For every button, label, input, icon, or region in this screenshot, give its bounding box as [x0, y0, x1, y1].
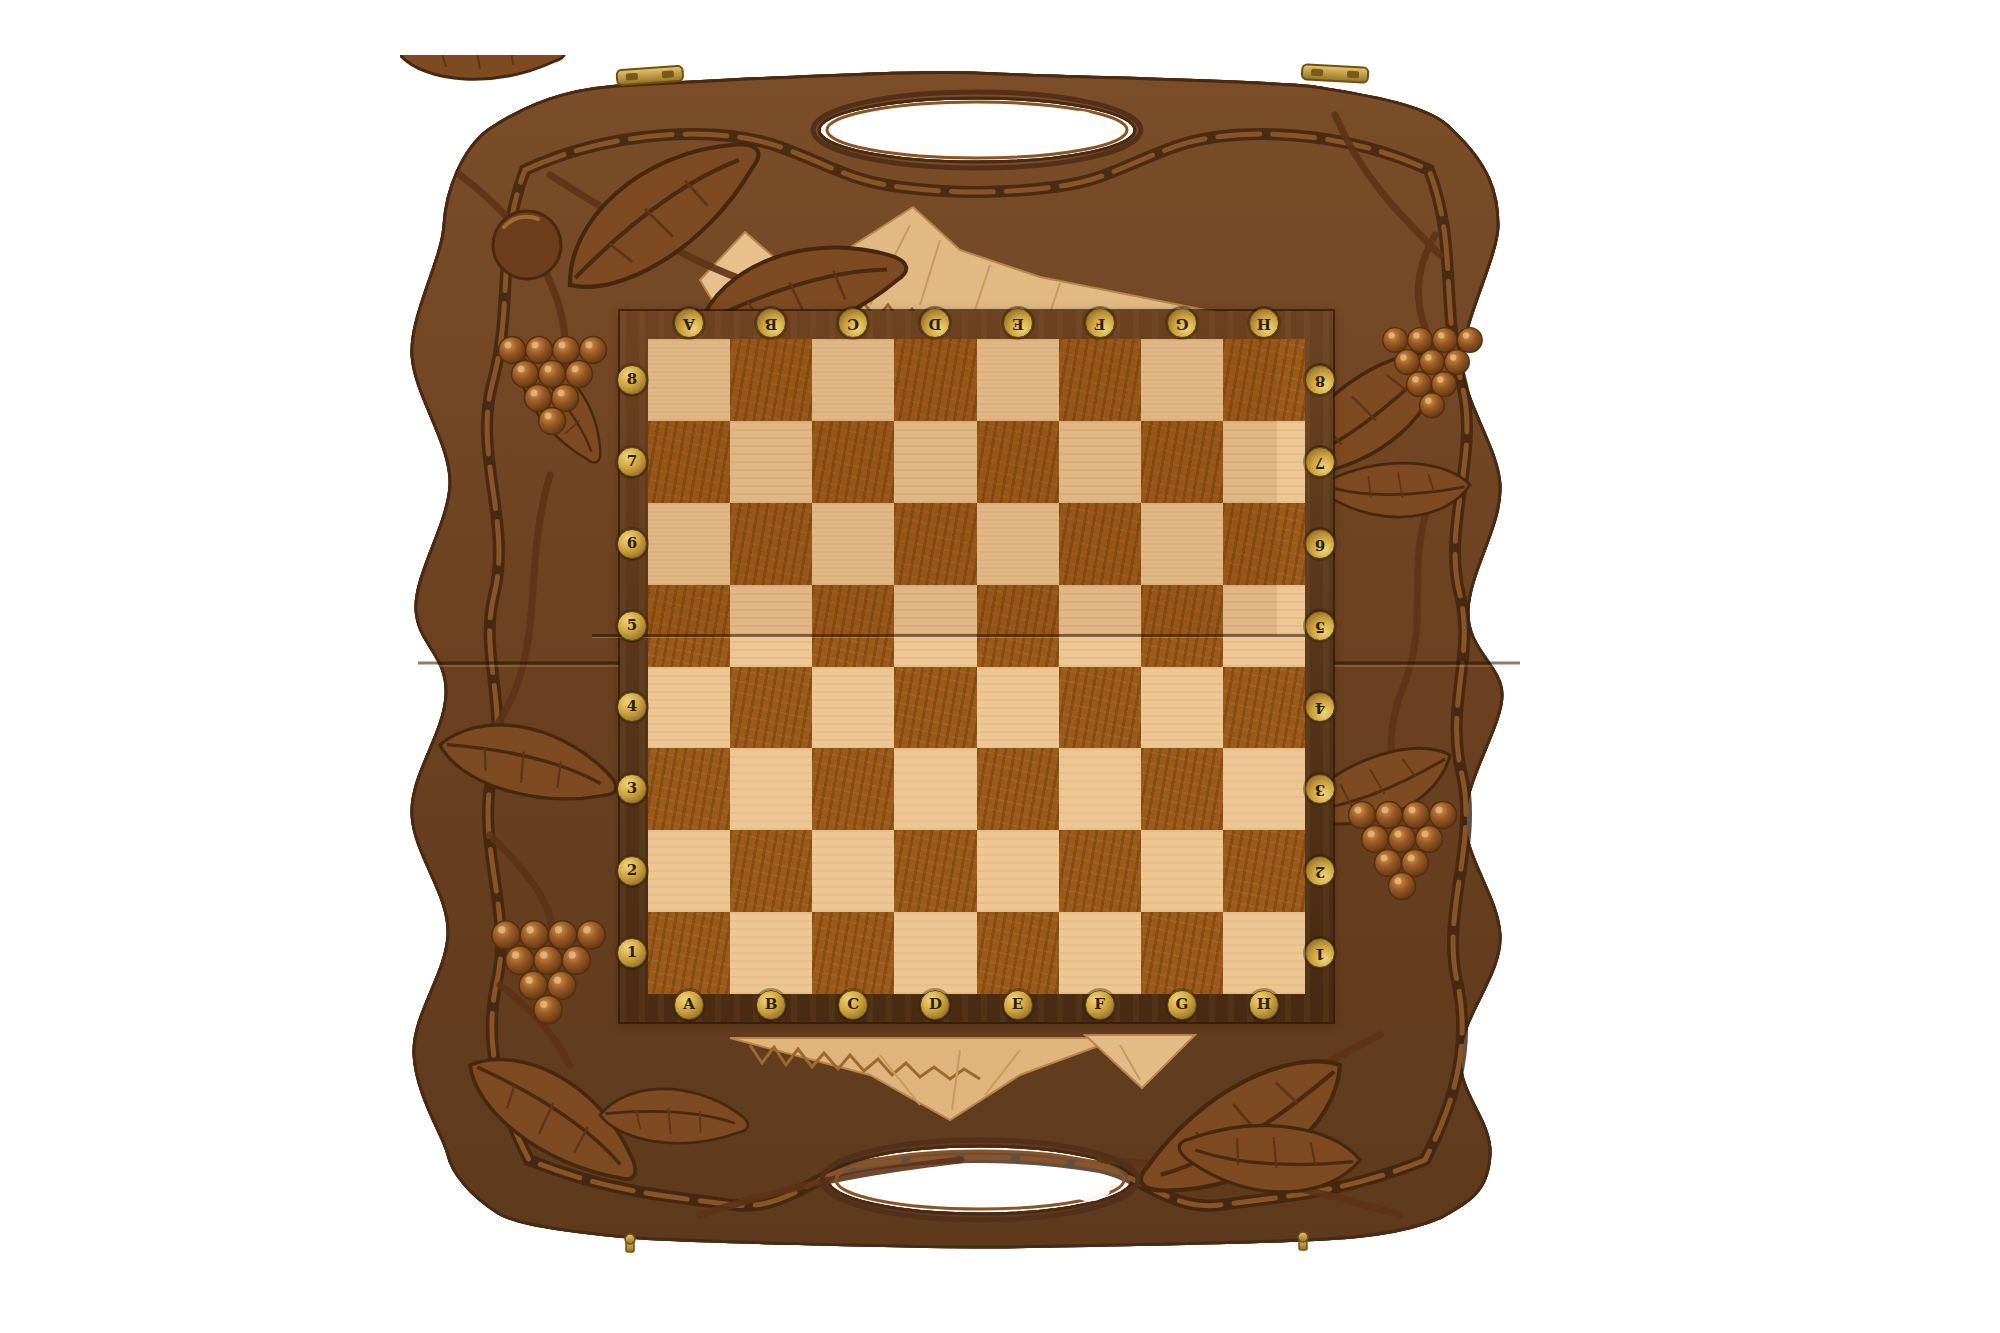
- grape-berry: [525, 385, 552, 412]
- coord-bottom-cell-e: E: [977, 990, 1059, 1020]
- coord-right-cell-7: 7: [1305, 421, 1335, 503]
- square-g8[interactable]: [1141, 339, 1223, 421]
- grape-berry: [499, 337, 526, 364]
- top-handle: [813, 92, 1141, 168]
- coord-bottom-h: H: [1249, 990, 1279, 1020]
- coord-left-3: 3: [617, 774, 647, 804]
- berry-highlight: [545, 366, 552, 373]
- berry-highlight: [518, 366, 525, 373]
- square-b1[interactable]: [730, 912, 812, 994]
- hinge-pin-right-icon: [1298, 1232, 1308, 1250]
- berry-highlight: [545, 413, 552, 420]
- coord-left-cell-1: 1: [617, 912, 647, 994]
- grape-berry: [1430, 802, 1457, 829]
- grape-berry: [1416, 826, 1443, 853]
- square-b3[interactable]: [730, 748, 812, 830]
- square-h7[interactable]: [1223, 421, 1305, 503]
- square-h4[interactable]: [1223, 667, 1305, 749]
- square-e7[interactable]: [977, 421, 1059, 503]
- berry-highlight: [558, 390, 565, 397]
- coord-top-cell-a: A: [648, 308, 730, 338]
- grape-berry: [1432, 328, 1457, 353]
- square-b8[interactable]: [730, 339, 812, 421]
- berry-highlight: [1425, 354, 1431, 360]
- berry-highlight: [498, 926, 505, 933]
- grape-berry: [534, 946, 562, 974]
- pomegranate-carving: [493, 211, 561, 279]
- square-c7[interactable]: [812, 421, 894, 503]
- square-g2[interactable]: [1141, 830, 1223, 912]
- berry-highlight: [1388, 332, 1394, 338]
- coord-left-cell-8: 8: [617, 339, 647, 421]
- coord-bottom-e: E: [1003, 990, 1033, 1020]
- berry-highlight: [1382, 807, 1389, 814]
- berry-highlight: [1463, 332, 1469, 338]
- coord-bottom-g: G: [1167, 990, 1197, 1020]
- berry-highlight: [1412, 376, 1418, 382]
- berry-highlight: [1436, 807, 1443, 814]
- square-a1[interactable]: [648, 912, 730, 994]
- coord-bottom-c: C: [838, 990, 868, 1020]
- berry-highlight: [586, 342, 593, 349]
- square-h8[interactable]: [1223, 339, 1305, 421]
- square-c1[interactable]: [812, 912, 894, 994]
- berry-highlight: [1395, 878, 1402, 885]
- square-b7[interactable]: [730, 421, 812, 503]
- hinge-pin-left-icon: [625, 1234, 635, 1252]
- square-e5[interactable]: [977, 585, 1059, 667]
- coord-top-d: D: [920, 308, 950, 338]
- coord-top-b: B: [756, 308, 786, 338]
- coord-right-cell-1: 1: [1305, 912, 1335, 994]
- coord-left-6: 6: [617, 529, 647, 559]
- coord-top-cell-d: D: [894, 308, 976, 338]
- coord-top-f: F: [1085, 308, 1115, 338]
- coord-left-5: 5: [617, 611, 647, 641]
- square-a5[interactable]: [648, 585, 730, 667]
- berry-highlight: [505, 342, 512, 349]
- coord-top-cell-c: C: [812, 308, 894, 338]
- square-b6[interactable]: [730, 503, 812, 585]
- product-photo-stage: ABCDEFGH ABCDEFGH 87654321 87654321: [0, 0, 2000, 1333]
- coord-left-2: 2: [617, 856, 647, 886]
- berry-highlight: [583, 926, 590, 933]
- coord-right-cell-3: 3: [1305, 748, 1335, 830]
- berry-highlight: [555, 926, 562, 933]
- latch-left-icon: [616, 66, 683, 86]
- berry-highlight: [532, 342, 539, 349]
- grape-berry: [1403, 802, 1430, 829]
- coord-bottom-cell-g: G: [1141, 990, 1223, 1020]
- grape-berry: [505, 946, 533, 974]
- grape-berry: [526, 337, 553, 364]
- berry-highlight: [1425, 398, 1431, 404]
- grape-berry: [549, 921, 577, 949]
- grape-berry: [1408, 328, 1433, 353]
- square-a2[interactable]: [648, 830, 730, 912]
- square-e8[interactable]: [977, 339, 1059, 421]
- berry-highlight: [554, 976, 561, 983]
- berry-highlight: [1408, 855, 1415, 862]
- berry-highlight: [525, 976, 532, 983]
- square-e3[interactable]: [977, 748, 1059, 830]
- square-f3[interactable]: [1059, 748, 1141, 830]
- grape-berry: [1395, 350, 1420, 375]
- coord-bottom-b: B: [756, 990, 786, 1020]
- square-d8[interactable]: [894, 339, 976, 421]
- coord-top-cell-h: H: [1223, 308, 1305, 338]
- berry-highlight: [1368, 831, 1375, 838]
- coord-left-cell-6: 6: [617, 503, 647, 585]
- coord-right-1: 1: [1305, 938, 1335, 968]
- coord-right-cell-4: 4: [1305, 667, 1335, 749]
- berry-highlight: [1422, 831, 1429, 838]
- grape-berry: [512, 361, 539, 388]
- square-d1[interactable]: [894, 912, 976, 994]
- coord-top-a: A: [674, 308, 704, 338]
- grape-berry: [1457, 328, 1482, 353]
- berry-highlight: [512, 951, 519, 958]
- coord-bottom-cell-d: D: [894, 990, 976, 1020]
- square-c4[interactable]: [812, 667, 894, 749]
- berry-highlight: [1395, 831, 1402, 838]
- square-f8[interactable]: [1059, 339, 1141, 421]
- square-d2[interactable]: [894, 830, 976, 912]
- coord-left-cell-2: 2: [617, 830, 647, 912]
- grape-berry: [534, 995, 562, 1023]
- grape-berry: [1420, 393, 1445, 418]
- coord-right-4: 4: [1305, 692, 1335, 722]
- square-a8[interactable]: [648, 339, 730, 421]
- square-e1[interactable]: [977, 912, 1059, 994]
- coord-right-cell-6: 6: [1305, 503, 1335, 585]
- square-b2[interactable]: [730, 830, 812, 912]
- square-e4[interactable]: [977, 667, 1059, 749]
- square-a4[interactable]: [648, 667, 730, 749]
- berry-highlight: [1437, 376, 1443, 382]
- square-c8[interactable]: [812, 339, 894, 421]
- rank-labels-right: 87654321: [1305, 339, 1335, 994]
- coord-top-cell-b: B: [730, 308, 812, 338]
- grape-berry: [539, 361, 566, 388]
- coord-left-8: 8: [617, 365, 647, 395]
- coord-top-cell-f: F: [1059, 308, 1141, 338]
- coord-bottom-cell-f: F: [1059, 990, 1141, 1020]
- square-g7[interactable]: [1141, 421, 1223, 503]
- coord-left-1: 1: [617, 938, 647, 968]
- square-a6[interactable]: [648, 503, 730, 585]
- square-d4[interactable]: [894, 667, 976, 749]
- grape-berry: [1383, 328, 1408, 353]
- coord-right-cell-2: 2: [1305, 830, 1335, 912]
- square-b4[interactable]: [730, 667, 812, 749]
- grape-berry: [1362, 826, 1389, 853]
- berry-highlight: [1381, 855, 1388, 862]
- square-a3[interactable]: [648, 748, 730, 830]
- coord-left-4: 4: [617, 692, 647, 722]
- square-f1[interactable]: [1059, 912, 1141, 994]
- coord-right-6: 6: [1305, 529, 1335, 559]
- square-e2[interactable]: [977, 830, 1059, 912]
- square-c2[interactable]: [812, 830, 894, 912]
- square-d5[interactable]: [894, 585, 976, 667]
- berry-highlight: [1438, 332, 1444, 338]
- grape-berry: [566, 361, 593, 388]
- coord-top-cell-e: E: [977, 308, 1059, 338]
- grape-berry: [562, 946, 590, 974]
- grape-berry: [520, 921, 548, 949]
- coord-bottom-cell-h: H: [1223, 990, 1305, 1020]
- square-c3[interactable]: [812, 748, 894, 830]
- grape-berry: [580, 337, 607, 364]
- berry-highlight: [1355, 807, 1362, 814]
- square-h5[interactable]: [1223, 585, 1305, 667]
- grape-berry: [1375, 850, 1402, 877]
- berry-highlight: [572, 366, 579, 373]
- square-g1[interactable]: [1141, 912, 1223, 994]
- grape-berry: [1389, 826, 1416, 853]
- coord-top-h: H: [1249, 308, 1279, 338]
- grape-berry: [1444, 350, 1469, 375]
- square-e6[interactable]: [977, 503, 1059, 585]
- coord-right-3: 3: [1305, 774, 1335, 804]
- rank-labels-left: 87654321: [617, 339, 647, 994]
- berry-highlight: [568, 951, 575, 958]
- berry-highlight: [540, 951, 547, 958]
- square-h3[interactable]: [1223, 748, 1305, 830]
- berry-highlight: [1413, 332, 1419, 338]
- coord-bottom-cell-a: A: [648, 990, 730, 1020]
- square-c5[interactable]: [812, 585, 894, 667]
- grape-berry: [1389, 873, 1416, 900]
- coord-right-cell-8: 8: [1305, 339, 1335, 421]
- file-labels-bottom: ABCDEFGH: [648, 990, 1305, 1020]
- file-labels-top: ABCDEFGH: [648, 308, 1305, 338]
- square-h6[interactable]: [1223, 503, 1305, 585]
- berry-highlight: [540, 1001, 547, 1008]
- square-f6[interactable]: [1059, 503, 1141, 585]
- bottom-handle: [822, 1140, 1138, 1220]
- square-f2[interactable]: [1059, 830, 1141, 912]
- coord-left-7: 7: [617, 447, 647, 477]
- coord-top-e: E: [1003, 308, 1033, 338]
- grape-berry: [1349, 802, 1376, 829]
- square-a7[interactable]: [648, 421, 730, 503]
- grape-berry: [1407, 372, 1432, 397]
- coord-right-cell-5: 5: [1305, 585, 1335, 667]
- coord-bottom-d: D: [920, 990, 950, 1020]
- grape-berry: [492, 921, 520, 949]
- square-g6[interactable]: [1141, 503, 1223, 585]
- coord-right-8: 8: [1305, 365, 1335, 395]
- square-d6[interactable]: [894, 503, 976, 585]
- coord-bottom-cell-b: B: [730, 990, 812, 1020]
- coord-right-2: 2: [1305, 856, 1335, 886]
- grape-berry: [553, 337, 580, 364]
- square-b5[interactable]: [730, 585, 812, 667]
- grape-berry: [577, 921, 605, 949]
- coord-bottom-cell-c: C: [812, 990, 894, 1020]
- coord-right-5: 5: [1305, 611, 1335, 641]
- square-d7[interactable]: [894, 421, 976, 503]
- coord-bottom-f: F: [1085, 990, 1115, 1020]
- berry-highlight: [1400, 354, 1406, 360]
- grape-berry: [1376, 802, 1403, 829]
- grape-berry: [1420, 350, 1445, 375]
- coord-left-cell-7: 7: [617, 421, 647, 503]
- berry-highlight: [526, 926, 533, 933]
- grape-berry: [539, 408, 566, 435]
- coord-top-cell-g: G: [1141, 308, 1223, 338]
- coord-left-cell-3: 3: [617, 748, 647, 830]
- square-f7[interactable]: [1059, 421, 1141, 503]
- grape-berry: [519, 971, 547, 999]
- square-g3[interactable]: [1141, 748, 1223, 830]
- berry-highlight: [1450, 354, 1456, 360]
- chess-board: [648, 339, 1305, 994]
- coord-left-cell-4: 4: [617, 667, 647, 749]
- coord-top-c: C: [838, 308, 868, 338]
- square-g4[interactable]: [1141, 667, 1223, 749]
- coord-right-7: 7: [1305, 447, 1335, 477]
- square-f5[interactable]: [1059, 585, 1141, 667]
- square-c6[interactable]: [812, 503, 894, 585]
- square-f4[interactable]: [1059, 667, 1141, 749]
- square-h2[interactable]: [1223, 830, 1305, 912]
- square-d3[interactable]: [894, 748, 976, 830]
- berry-highlight: [531, 390, 538, 397]
- berry-highlight: [559, 342, 566, 349]
- coord-top-g: G: [1167, 308, 1197, 338]
- berry-highlight: [1409, 807, 1416, 814]
- square-g5[interactable]: [1141, 585, 1223, 667]
- latch-right-icon: [1302, 64, 1369, 82]
- board-frame: [620, 311, 1333, 1022]
- square-h1[interactable]: [1223, 912, 1305, 994]
- coord-left-cell-5: 5: [617, 585, 647, 667]
- coord-bottom-a: A: [674, 990, 704, 1020]
